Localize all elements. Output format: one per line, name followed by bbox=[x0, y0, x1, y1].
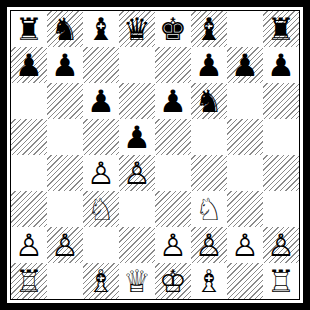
square-e7 bbox=[155, 47, 191, 83]
square-c2 bbox=[83, 227, 119, 263]
square-b8: ♞ bbox=[47, 11, 83, 47]
square-a7: ♟ bbox=[11, 47, 47, 83]
square-f4 bbox=[191, 155, 227, 191]
square-e1: ♔ bbox=[155, 263, 191, 299]
square-e3 bbox=[155, 191, 191, 227]
piece-white-rook: ♖ bbox=[267, 266, 295, 297]
square-b7: ♟ bbox=[47, 47, 83, 83]
chess-board: ♜♞♝♛♚♝♜♟♟♟♟♟♟♟♞♟♙♙♘♘♙♙♙♙♙♙♖♗♕♔♗♖ bbox=[10, 10, 300, 300]
piece-white-queen: ♕ bbox=[123, 266, 151, 297]
square-a2: ♙ bbox=[11, 227, 47, 263]
piece-white-knight: ♘ bbox=[195, 194, 223, 225]
piece-black-pawn: ♟ bbox=[15, 50, 43, 81]
piece-white-pawn: ♙ bbox=[51, 230, 79, 261]
piece-black-pawn: ♟ bbox=[267, 50, 295, 81]
square-e8: ♚ bbox=[155, 11, 191, 47]
square-g8 bbox=[227, 11, 263, 47]
square-g3 bbox=[227, 191, 263, 227]
square-e4 bbox=[155, 155, 191, 191]
square-g2: ♙ bbox=[227, 227, 263, 263]
square-a1: ♖ bbox=[11, 263, 47, 299]
square-d4: ♙ bbox=[119, 155, 155, 191]
piece-black-pawn: ♟ bbox=[195, 50, 223, 81]
square-h8: ♜ bbox=[263, 11, 299, 47]
piece-white-pawn: ♙ bbox=[87, 158, 115, 189]
piece-white-pawn: ♙ bbox=[159, 230, 187, 261]
piece-white-rook: ♖ bbox=[15, 266, 43, 297]
piece-black-king: ♚ bbox=[159, 14, 187, 45]
square-g6 bbox=[227, 83, 263, 119]
square-e6: ♟ bbox=[155, 83, 191, 119]
square-h6 bbox=[263, 83, 299, 119]
square-h1: ♖ bbox=[263, 263, 299, 299]
piece-black-pawn: ♟ bbox=[231, 50, 259, 81]
square-c8: ♝ bbox=[83, 11, 119, 47]
square-h4 bbox=[263, 155, 299, 191]
piece-black-rook: ♜ bbox=[267, 14, 295, 45]
piece-white-pawn: ♙ bbox=[195, 230, 223, 261]
square-d3 bbox=[119, 191, 155, 227]
square-f2: ♙ bbox=[191, 227, 227, 263]
square-d5: ♟ bbox=[119, 119, 155, 155]
piece-white-knight: ♘ bbox=[87, 194, 115, 225]
square-a8: ♜ bbox=[11, 11, 47, 47]
square-d7 bbox=[119, 47, 155, 83]
piece-black-bishop: ♝ bbox=[87, 14, 115, 45]
piece-black-pawn: ♟ bbox=[87, 86, 115, 117]
square-d6 bbox=[119, 83, 155, 119]
piece-white-pawn: ♙ bbox=[15, 230, 43, 261]
square-h5 bbox=[263, 119, 299, 155]
piece-black-knight: ♞ bbox=[51, 14, 79, 45]
piece-black-rook: ♜ bbox=[15, 14, 43, 45]
square-f6: ♞ bbox=[191, 83, 227, 119]
piece-white-pawn: ♙ bbox=[267, 230, 295, 261]
square-f1: ♗ bbox=[191, 263, 227, 299]
piece-black-pawn: ♟ bbox=[123, 122, 151, 153]
square-f5 bbox=[191, 119, 227, 155]
square-f8: ♝ bbox=[191, 11, 227, 47]
square-c3: ♘ bbox=[83, 191, 119, 227]
square-c1: ♗ bbox=[83, 263, 119, 299]
square-a4 bbox=[11, 155, 47, 191]
piece-black-pawn: ♟ bbox=[51, 50, 79, 81]
piece-black-queen: ♛ bbox=[123, 14, 151, 45]
square-h7: ♟ bbox=[263, 47, 299, 83]
square-c5 bbox=[83, 119, 119, 155]
piece-black-bishop: ♝ bbox=[195, 14, 223, 45]
piece-black-pawn: ♟ bbox=[159, 86, 187, 117]
square-b4 bbox=[47, 155, 83, 191]
square-b3 bbox=[47, 191, 83, 227]
piece-white-king: ♔ bbox=[159, 266, 187, 297]
square-h2: ♙ bbox=[263, 227, 299, 263]
diagram-frame: ♜♞♝♛♚♝♜♟♟♟♟♟♟♟♞♟♙♙♘♘♙♙♙♙♙♙♖♗♕♔♗♖ bbox=[0, 0, 310, 310]
square-a5 bbox=[11, 119, 47, 155]
square-g4 bbox=[227, 155, 263, 191]
square-f7: ♟ bbox=[191, 47, 227, 83]
square-d1: ♕ bbox=[119, 263, 155, 299]
square-g1 bbox=[227, 263, 263, 299]
square-c7 bbox=[83, 47, 119, 83]
piece-black-knight: ♞ bbox=[195, 86, 223, 117]
square-f3: ♘ bbox=[191, 191, 227, 227]
square-d2 bbox=[119, 227, 155, 263]
square-b6 bbox=[47, 83, 83, 119]
square-e5 bbox=[155, 119, 191, 155]
square-g7: ♟ bbox=[227, 47, 263, 83]
square-b2: ♙ bbox=[47, 227, 83, 263]
square-b1 bbox=[47, 263, 83, 299]
square-h3 bbox=[263, 191, 299, 227]
square-b5 bbox=[47, 119, 83, 155]
piece-white-bishop: ♗ bbox=[87, 266, 115, 297]
piece-white-bishop: ♗ bbox=[195, 266, 223, 297]
square-c4: ♙ bbox=[83, 155, 119, 191]
piece-white-pawn: ♙ bbox=[123, 158, 151, 189]
square-e2: ♙ bbox=[155, 227, 191, 263]
square-g5 bbox=[227, 119, 263, 155]
square-c6: ♟ bbox=[83, 83, 119, 119]
square-a6 bbox=[11, 83, 47, 119]
piece-white-pawn: ♙ bbox=[231, 230, 259, 261]
square-d8: ♛ bbox=[119, 11, 155, 47]
square-a3 bbox=[11, 191, 47, 227]
